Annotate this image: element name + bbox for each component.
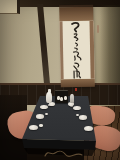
- watermark-script: [42, 147, 86, 159]
- plate: [40, 105, 48, 109]
- caddy-cup: [64, 96, 67, 100]
- wall-hook-mark: [97, 25, 99, 33]
- wood-pillar: [37, 4, 50, 86]
- wall-panel-light: [0, 0, 20, 14]
- small-dish: [76, 114, 79, 116]
- plate: [73, 106, 81, 110]
- hanging-scroll: 南無阿彌陀佛: [59, 5, 95, 88]
- wall-shadow: [100, 5, 120, 86]
- red-label: [75, 88, 77, 91]
- caddy-cup: [60, 97, 63, 101]
- dining-room-photo: 南無阿彌陀佛: [0, 0, 120, 160]
- plate: [84, 126, 93, 131]
- condiment-caddy: [55, 90, 68, 103]
- scroll-paper: 南無阿彌陀佛: [59, 21, 94, 80]
- small-dish: [39, 124, 43, 127]
- scroll-bottom-mount: [61, 79, 95, 88]
- calligraphy-ink: [69, 21, 83, 79]
- plate: [29, 125, 38, 130]
- plate: [79, 115, 87, 120]
- small-dish: [45, 113, 48, 115]
- small-bottle: [70, 94, 74, 103]
- scroll-top-mount: [59, 5, 93, 22]
- plate: [36, 114, 44, 119]
- sake-carafe: [46, 92, 52, 103]
